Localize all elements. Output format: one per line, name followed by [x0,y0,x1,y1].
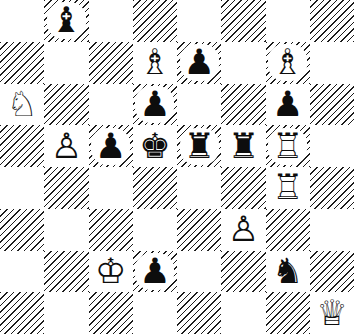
square-f5[interactable]: ♜ [221,125,265,167]
square-c8[interactable] [89,0,133,42]
square-d3[interactable] [133,209,177,251]
square-h5[interactable] [310,125,354,167]
square-d8[interactable] [133,0,177,42]
square-g8[interactable] [266,0,310,42]
chess-board: ♝♗♟♗♘♟♟♙♟♚♜♜♖♖♙♔♟♞♕ [0,0,354,334]
chess-diagram: ♝♗♟♗♘♟♟♙♟♚♜♜♖♖♙♔♟♞♕ [0,0,354,334]
square-c6[interactable] [89,84,133,126]
square-a1[interactable] [0,292,44,334]
square-a3[interactable] [0,209,44,251]
square-b5[interactable]: ♙ [44,125,88,167]
square-f2[interactable] [221,251,265,293]
piece-black-pawn[interactable]: ♟ [135,253,174,290]
square-d1[interactable] [133,292,177,334]
piece-black-knight[interactable]: ♞ [268,253,307,290]
square-e1[interactable] [177,292,221,334]
square-e2[interactable] [177,251,221,293]
square-e5[interactable]: ♜ [177,125,221,167]
square-f7[interactable] [221,42,265,84]
piece-black-pawn[interactable]: ♟ [135,86,174,123]
square-e4[interactable] [177,167,221,209]
piece-white-king[interactable]: ♔ [91,253,130,290]
piece-black-pawn[interactable]: ♟ [268,86,307,123]
piece-black-pawn[interactable]: ♟ [91,128,130,165]
square-b6[interactable] [44,84,88,126]
piece-white-knight[interactable]: ♘ [3,86,42,123]
piece-white-bishop[interactable]: ♗ [135,44,174,81]
piece-white-rook[interactable]: ♖ [268,169,307,206]
square-g1[interactable] [266,292,310,334]
square-f1[interactable] [221,292,265,334]
square-d4[interactable] [133,167,177,209]
square-e7[interactable]: ♟ [177,42,221,84]
piece-black-rook[interactable]: ♜ [224,128,263,165]
square-e6[interactable] [177,84,221,126]
piece-white-bishop[interactable]: ♗ [268,44,307,81]
square-c5[interactable]: ♟ [89,125,133,167]
square-f4[interactable] [221,167,265,209]
square-b8[interactable]: ♝ [44,0,88,42]
piece-white-queen[interactable]: ♕ [312,295,351,332]
square-c2[interactable]: ♔ [89,251,133,293]
square-h4[interactable] [310,167,354,209]
square-d6[interactable]: ♟ [133,84,177,126]
piece-black-rook[interactable]: ♜ [180,128,219,165]
square-h8[interactable] [310,0,354,42]
square-b3[interactable] [44,209,88,251]
square-h3[interactable] [310,209,354,251]
square-g4[interactable]: ♖ [266,167,310,209]
square-g2[interactable]: ♞ [266,251,310,293]
square-d5[interactable]: ♚ [133,125,177,167]
square-f6[interactable] [221,84,265,126]
piece-black-pawn[interactable]: ♟ [180,44,219,81]
square-c3[interactable] [89,209,133,251]
piece-white-pawn[interactable]: ♙ [47,128,86,165]
square-g6[interactable]: ♟ [266,84,310,126]
square-g5[interactable]: ♖ [266,125,310,167]
square-b2[interactable] [44,251,88,293]
square-a7[interactable] [0,42,44,84]
square-c4[interactable] [89,167,133,209]
square-a2[interactable] [0,251,44,293]
square-h1[interactable]: ♕ [310,292,354,334]
square-h7[interactable] [310,42,354,84]
square-a5[interactable] [0,125,44,167]
square-a4[interactable] [0,167,44,209]
square-d7[interactable]: ♗ [133,42,177,84]
piece-white-pawn[interactable]: ♙ [224,211,263,248]
square-e8[interactable] [177,0,221,42]
square-b7[interactable] [44,42,88,84]
square-e3[interactable] [177,209,221,251]
square-c1[interactable] [89,292,133,334]
square-b1[interactable] [44,292,88,334]
square-f3[interactable]: ♙ [221,209,265,251]
square-g7[interactable]: ♗ [266,42,310,84]
square-g3[interactable] [266,209,310,251]
square-h6[interactable] [310,84,354,126]
square-a6[interactable]: ♘ [0,84,44,126]
square-d2[interactable]: ♟ [133,251,177,293]
square-c7[interactable] [89,42,133,84]
square-f8[interactable] [221,0,265,42]
piece-black-bishop[interactable]: ♝ [47,2,86,39]
piece-black-king[interactable]: ♚ [135,128,174,165]
square-b4[interactable] [44,167,88,209]
square-h2[interactable] [310,251,354,293]
square-a8[interactable] [0,0,44,42]
piece-white-rook[interactable]: ♖ [268,128,307,165]
